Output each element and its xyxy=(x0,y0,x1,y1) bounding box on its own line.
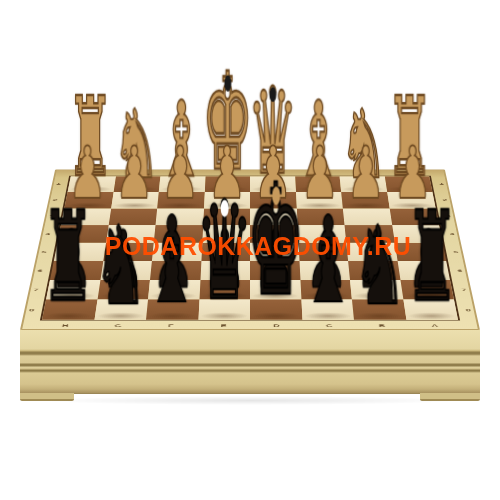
square-e2: ♟ xyxy=(204,192,250,208)
piece-white-knight: ♞ xyxy=(340,96,387,191)
square-b3 xyxy=(343,208,392,225)
square-h6 xyxy=(50,261,103,280)
piece-shadow xyxy=(150,292,197,299)
square-f6 xyxy=(150,261,201,280)
square-d1: ♛ xyxy=(250,176,296,192)
rank-label-8-left: 8 xyxy=(29,309,35,313)
square-b7: ♟ xyxy=(350,280,403,300)
square-d7: ♟ xyxy=(250,280,301,300)
piece-shadow xyxy=(252,312,300,320)
piece-white-pawn: ♟ xyxy=(115,136,153,208)
square-f8: ♝ xyxy=(146,299,199,319)
file-label-a: A xyxy=(431,324,438,328)
chess-set-photo: ♜♞♝♚♛♝♞♜♟♟♟♟♟♟♟♟♟♟♟♟♟♟♟♟♜♞♝♛♚♝♞♜ HGFEDCB… xyxy=(0,0,500,500)
piece-shadow xyxy=(252,292,299,299)
piece-white-rook: ♜ xyxy=(386,82,433,191)
rank-label-5-left: 5 xyxy=(41,250,46,253)
square-g6 xyxy=(100,261,152,280)
piece-shadow xyxy=(48,292,96,299)
watermark-text: PODAROKKAGDOMY.RU xyxy=(105,233,411,259)
piece-shadow xyxy=(304,312,352,320)
square-c2: ♟ xyxy=(296,192,343,208)
piece-white-rook: ♜ xyxy=(67,82,114,191)
rank-label-6-right: 6 xyxy=(457,269,462,272)
rank-label-4-right: 4 xyxy=(450,232,455,235)
square-g2: ♟ xyxy=(111,192,159,208)
square-e1: ♚ xyxy=(204,176,250,192)
piece-white-pawn: ♟ xyxy=(301,136,339,208)
square-e8: ♛ xyxy=(198,299,250,319)
file-label-e: E xyxy=(221,324,227,328)
square-e7: ♟ xyxy=(199,280,250,300)
piece-white-bishop: ♝ xyxy=(158,87,205,191)
square-a3 xyxy=(389,208,439,225)
square-b2: ♟ xyxy=(341,192,389,208)
box-front-face xyxy=(20,330,480,394)
piece-white-pawn: ♟ xyxy=(347,136,385,208)
piece-white-pawn: ♟ xyxy=(208,136,246,208)
piece-shadow xyxy=(148,312,196,320)
square-c8: ♝ xyxy=(301,299,354,319)
square-d2: ♟ xyxy=(250,192,296,208)
square-g7: ♟ xyxy=(97,280,150,300)
piece-white-pawn: ♟ xyxy=(161,136,199,208)
piece-shadow xyxy=(96,312,144,320)
square-e3 xyxy=(203,208,250,225)
square-d8: ♚ xyxy=(250,299,302,319)
square-f2: ♟ xyxy=(157,192,204,208)
file-label-f: F xyxy=(168,324,174,328)
square-g8: ♞ xyxy=(94,299,148,319)
rank-label-6-left: 6 xyxy=(37,269,42,272)
piece-shadow xyxy=(99,292,146,299)
file-label-g: G xyxy=(114,324,121,328)
square-a7: ♟ xyxy=(400,280,454,300)
square-a8: ♜ xyxy=(403,299,458,319)
piece-shadow xyxy=(404,292,452,299)
square-c7: ♟ xyxy=(300,280,352,300)
square-f7: ♟ xyxy=(148,280,200,300)
square-g1: ♞ xyxy=(113,176,160,192)
rank-label-4-left: 4 xyxy=(45,232,50,235)
square-d3 xyxy=(250,208,297,225)
square-a2: ♟ xyxy=(387,192,436,208)
piece-shadow xyxy=(303,292,350,299)
king-finial xyxy=(224,74,231,90)
ground-shadow xyxy=(40,396,460,405)
square-c3 xyxy=(296,208,344,225)
square-h2: ♟ xyxy=(64,192,113,208)
square-h8: ♜ xyxy=(42,299,97,319)
piece-shadow xyxy=(407,312,456,320)
rank-label-3-right: 3 xyxy=(446,215,451,218)
square-g3 xyxy=(108,208,157,225)
piece-shadow xyxy=(200,312,248,320)
square-h1: ♜ xyxy=(68,176,116,192)
rank-label-1-right: 1 xyxy=(439,182,444,185)
rank-label-3-left: 3 xyxy=(49,215,54,218)
file-label-b: B xyxy=(379,324,386,328)
square-h5 xyxy=(54,243,106,261)
file-label-h: H xyxy=(62,324,69,328)
rank-label-7-right: 7 xyxy=(461,288,467,292)
rank-label-8-right: 8 xyxy=(465,309,471,313)
rank-label-2-left: 2 xyxy=(53,198,58,201)
file-label-d: D xyxy=(273,324,280,328)
square-b8: ♞ xyxy=(352,299,406,319)
square-b6 xyxy=(348,261,400,280)
piece-white-pawn: ♟ xyxy=(254,136,292,208)
piece-white-knight: ♞ xyxy=(112,96,159,191)
square-h4 xyxy=(57,225,108,242)
square-c6 xyxy=(299,261,350,280)
square-f3 xyxy=(155,208,203,225)
square-a1: ♜ xyxy=(384,176,432,192)
rank-label-1-left: 1 xyxy=(56,182,61,185)
square-f1: ♝ xyxy=(159,176,205,192)
square-c1: ♝ xyxy=(295,176,341,192)
file-label-c: C xyxy=(326,324,333,328)
square-h7: ♟ xyxy=(46,280,100,300)
square-e6 xyxy=(200,261,250,280)
piece-shadow xyxy=(355,312,403,320)
piece-shadow xyxy=(201,292,248,299)
piece-white-pawn: ♟ xyxy=(69,136,107,208)
rank-label-7-left: 7 xyxy=(33,288,39,292)
piece-white-bishop: ♝ xyxy=(295,87,342,191)
square-h3 xyxy=(61,208,111,225)
rank-label-2-right: 2 xyxy=(442,198,447,201)
piece-white-queen: ♛ xyxy=(248,72,298,191)
queen-finial xyxy=(269,88,276,103)
piece-white-king: ♚ xyxy=(202,57,253,192)
piece-shadow xyxy=(353,292,400,299)
piece-white-pawn: ♟ xyxy=(393,136,431,208)
square-d6 xyxy=(250,261,300,280)
square-b1: ♞ xyxy=(340,176,387,192)
piece-shadow xyxy=(44,312,93,320)
square-a6 xyxy=(397,261,450,280)
rank-label-5-right: 5 xyxy=(453,250,458,253)
